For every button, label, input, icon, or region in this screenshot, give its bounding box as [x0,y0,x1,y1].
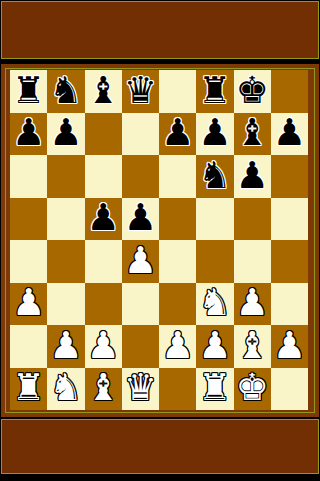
square-f5[interactable] [196,198,233,241]
square-a5[interactable] [10,198,47,241]
white-pawn[interactable]: ♟ [198,327,231,364]
square-f1[interactable]: ♜ [196,368,233,411]
square-d1[interactable]: ♛ [122,368,159,411]
square-h2[interactable]: ♟ [271,325,308,368]
square-a3[interactable]: ♟ [10,283,47,326]
white-pawn[interactable]: ♟ [236,284,269,321]
square-f7[interactable]: ♟ [196,113,233,156]
black-rook[interactable]: ♜ [12,72,45,109]
white-bishop[interactable]: ♝ [236,327,269,364]
black-pawn[interactable]: ♟ [198,114,231,151]
square-g1[interactable]: ♚ [234,368,271,411]
square-e7[interactable]: ♟ [159,113,196,156]
square-e4[interactable] [159,240,196,283]
square-h8[interactable] [271,70,308,113]
square-a2[interactable] [10,325,47,368]
square-a8[interactable]: ♜ [10,70,47,113]
square-g6[interactable]: ♟ [234,155,271,198]
square-d5[interactable]: ♟ [122,198,159,241]
square-b1[interactable]: ♞ [47,368,84,411]
black-king[interactable]: ♚ [236,72,269,109]
square-c1[interactable]: ♝ [85,368,122,411]
black-knight[interactable]: ♞ [198,157,231,194]
square-b5[interactable] [47,198,84,241]
square-h5[interactable] [271,198,308,241]
white-pawn[interactable]: ♟ [12,284,45,321]
white-knight[interactable]: ♞ [49,369,82,406]
square-f4[interactable] [196,240,233,283]
square-a1[interactable]: ♜ [10,368,47,411]
white-pawn[interactable]: ♟ [124,242,157,279]
black-pawn[interactable]: ♟ [12,114,45,151]
square-b8[interactable]: ♞ [47,70,84,113]
square-e5[interactable] [159,198,196,241]
square-f2[interactable]: ♟ [196,325,233,368]
square-b4[interactable] [47,240,84,283]
square-h6[interactable] [271,155,308,198]
black-pawn[interactable]: ♟ [49,114,82,151]
white-bishop[interactable]: ♝ [87,369,120,406]
black-knight[interactable]: ♞ [49,72,82,109]
square-e8[interactable] [159,70,196,113]
square-a7[interactable]: ♟ [10,113,47,156]
square-c2[interactable]: ♟ [85,325,122,368]
black-queen[interactable]: ♛ [124,72,157,109]
square-h1[interactable] [271,368,308,411]
white-queen[interactable]: ♛ [124,369,157,406]
square-e1[interactable] [159,368,196,411]
black-pawn[interactable]: ♟ [124,199,157,236]
square-c5[interactable]: ♟ [85,198,122,241]
bottom-panel [1,419,319,474]
square-b3[interactable] [47,283,84,326]
square-b6[interactable] [47,155,84,198]
square-f6[interactable]: ♞ [196,155,233,198]
square-c3[interactable] [85,283,122,326]
square-d4[interactable]: ♟ [122,240,159,283]
square-g8[interactable]: ♚ [234,70,271,113]
square-g5[interactable] [234,198,271,241]
black-rook[interactable]: ♜ [198,72,231,109]
square-d7[interactable] [122,113,159,156]
chess-board: ♜♞♝♛♜♚♟♟♟♟♝♟♞♟♟♟♟♟♞♟♟♟♟♟♝♟♜♞♝♛♜♚ [10,70,308,410]
white-rook[interactable]: ♜ [12,369,45,406]
square-e3[interactable] [159,283,196,326]
board-frame: ♜♞♝♛♜♚♟♟♟♟♝♟♞♟♟♟♟♟♞♟♟♟♟♟♝♟♜♞♝♛♜♚ [1,64,319,417]
square-d6[interactable] [122,155,159,198]
square-f3[interactable]: ♞ [196,283,233,326]
white-pawn[interactable]: ♟ [49,327,82,364]
square-g2[interactable]: ♝ [234,325,271,368]
white-pawn[interactable]: ♟ [161,327,194,364]
square-a4[interactable] [10,240,47,283]
square-c4[interactable] [85,240,122,283]
white-knight[interactable]: ♞ [198,284,231,321]
square-c6[interactable] [85,155,122,198]
black-pawn[interactable]: ♟ [273,114,306,151]
square-d3[interactable] [122,283,159,326]
square-e6[interactable] [159,155,196,198]
white-king[interactable]: ♚ [236,369,269,406]
square-h7[interactable]: ♟ [271,113,308,156]
black-bishop[interactable]: ♝ [236,114,269,151]
square-g3[interactable]: ♟ [234,283,271,326]
square-b7[interactable]: ♟ [47,113,84,156]
square-c8[interactable]: ♝ [85,70,122,113]
square-g7[interactable]: ♝ [234,113,271,156]
top-panel [1,1,319,59]
black-bishop[interactable]: ♝ [87,72,120,109]
square-g4[interactable] [234,240,271,283]
square-e2[interactable]: ♟ [159,325,196,368]
square-h3[interactable] [271,283,308,326]
white-rook[interactable]: ♜ [198,369,231,406]
square-c7[interactable] [85,113,122,156]
black-pawn[interactable]: ♟ [236,157,269,194]
square-b2[interactable]: ♟ [47,325,84,368]
white-pawn[interactable]: ♟ [273,327,306,364]
chess-app-window: ♜♞♝♛♜♚♟♟♟♟♝♟♞♟♟♟♟♟♞♟♟♟♟♟♝♟♜♞♝♛♜♚ [0,0,320,481]
black-pawn[interactable]: ♟ [161,114,194,151]
square-d2[interactable] [122,325,159,368]
white-pawn[interactable]: ♟ [87,327,120,364]
square-f8[interactable]: ♜ [196,70,233,113]
square-a6[interactable] [10,155,47,198]
square-h4[interactable] [271,240,308,283]
black-pawn[interactable]: ♟ [87,199,120,236]
square-d8[interactable]: ♛ [122,70,159,113]
